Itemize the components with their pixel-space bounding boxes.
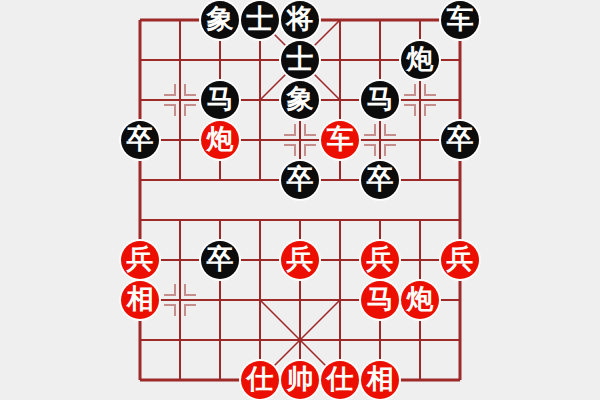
point-g8[interactable] — [360, 320, 400, 360]
point-d5[interactable] — [240, 200, 280, 240]
piece-red-elephant[interactable]: 相 — [361, 361, 399, 399]
board-grid: 象士将车士炮马象马卒炮车卒卒卒兵卒兵兵兵相马炮仕帅仕相 — [120, 0, 480, 400]
piece-black-chariot[interactable]: 车 — [441, 1, 479, 39]
point-c0[interactable]: 象 — [200, 0, 240, 40]
piece-black-soldier[interactable]: 卒 — [281, 161, 319, 199]
point-d4[interactable] — [240, 160, 280, 200]
point-e6[interactable]: 兵 — [280, 240, 320, 280]
piece-black-horse[interactable]: 马 — [201, 81, 239, 119]
point-e1[interactable]: 士 — [280, 40, 320, 80]
point-i2[interactable] — [440, 80, 480, 120]
point-d9[interactable]: 仕 — [240, 360, 280, 400]
point-h3[interactable] — [400, 120, 440, 160]
point-e9[interactable]: 帅 — [280, 360, 320, 400]
point-h2[interactable] — [400, 80, 440, 120]
point-d2[interactable] — [240, 80, 280, 120]
piece-red-general[interactable]: 帅 — [281, 361, 319, 399]
point-b3[interactable] — [160, 120, 200, 160]
point-a8[interactable] — [120, 320, 160, 360]
piece-red-cannon[interactable]: 炮 — [201, 121, 239, 159]
point-h6[interactable] — [400, 240, 440, 280]
point-i7[interactable] — [440, 280, 480, 320]
point-e3[interactable] — [280, 120, 320, 160]
point-g6[interactable]: 兵 — [360, 240, 400, 280]
point-a5[interactable] — [120, 200, 160, 240]
point-f8[interactable] — [320, 320, 360, 360]
point-a7[interactable]: 相 — [120, 280, 160, 320]
point-f0[interactable] — [320, 0, 360, 40]
piece-black-horse[interactable]: 马 — [361, 81, 399, 119]
point-a6[interactable]: 兵 — [120, 240, 160, 280]
point-i6[interactable]: 兵 — [440, 240, 480, 280]
point-b8[interactable] — [160, 320, 200, 360]
point-i4[interactable] — [440, 160, 480, 200]
point-d0[interactable]: 士 — [240, 0, 280, 40]
point-c5[interactable] — [200, 200, 240, 240]
point-g2[interactable]: 马 — [360, 80, 400, 120]
point-i5[interactable] — [440, 200, 480, 240]
piece-red-elephant[interactable]: 相 — [121, 281, 159, 319]
point-e8[interactable] — [280, 320, 320, 360]
point-f2[interactable] — [320, 80, 360, 120]
piece-black-advisor[interactable]: 士 — [281, 41, 319, 79]
point-g3[interactable] — [360, 120, 400, 160]
point-b0[interactable] — [160, 0, 200, 40]
piece-black-soldier[interactable]: 卒 — [201, 241, 239, 279]
point-h8[interactable] — [400, 320, 440, 360]
point-h4[interactable] — [400, 160, 440, 200]
point-b7[interactable] — [160, 280, 200, 320]
piece-red-soldier[interactable]: 兵 — [441, 241, 479, 279]
point-f7[interactable] — [320, 280, 360, 320]
point-d8[interactable] — [240, 320, 280, 360]
point-c7[interactable] — [200, 280, 240, 320]
point-c4[interactable] — [200, 160, 240, 200]
point-f5[interactable] — [320, 200, 360, 240]
point-e7[interactable] — [280, 280, 320, 320]
point-a1[interactable] — [120, 40, 160, 80]
point-g9[interactable]: 相 — [360, 360, 400, 400]
point-e2[interactable]: 象 — [280, 80, 320, 120]
piece-red-cannon[interactable]: 炮 — [401, 281, 439, 319]
point-f9[interactable]: 仕 — [320, 360, 360, 400]
point-b5[interactable] — [160, 200, 200, 240]
point-h0[interactable] — [400, 0, 440, 40]
screen: 象士将车士炮马象马卒炮车卒卒卒兵卒兵兵兵相马炮仕帅仕相 — [0, 0, 600, 400]
piece-red-horse[interactable]: 马 — [361, 281, 399, 319]
point-i9[interactable] — [440, 360, 480, 400]
point-g0[interactable] — [360, 0, 400, 40]
point-g4[interactable]: 卒 — [360, 160, 400, 200]
point-a0[interactable] — [120, 0, 160, 40]
piece-black-soldier[interactable]: 卒 — [121, 121, 159, 159]
piece-red-soldier[interactable]: 兵 — [281, 241, 319, 279]
point-e0[interactable]: 将 — [280, 0, 320, 40]
point-b1[interactable] — [160, 40, 200, 80]
piece-black-elephant[interactable]: 象 — [201, 1, 239, 39]
point-b2[interactable] — [160, 80, 200, 120]
point-c3[interactable]: 炮 — [200, 120, 240, 160]
point-h1[interactable]: 炮 — [400, 40, 440, 80]
point-c1[interactable] — [200, 40, 240, 80]
piece-black-elephant[interactable]: 象 — [281, 81, 319, 119]
point-e4[interactable]: 卒 — [280, 160, 320, 200]
point-a2[interactable] — [120, 80, 160, 120]
point-d6[interactable] — [240, 240, 280, 280]
xiangqi-board: 象士将车士炮马象马卒炮车卒卒卒兵卒兵兵兵相马炮仕帅仕相 — [120, 0, 480, 400]
point-c8[interactable] — [200, 320, 240, 360]
point-d1[interactable] — [240, 40, 280, 80]
piece-black-advisor[interactable]: 士 — [241, 1, 279, 39]
piece-black-cannon[interactable]: 炮 — [401, 41, 439, 79]
point-b9[interactable] — [160, 360, 200, 400]
point-a4[interactable] — [120, 160, 160, 200]
point-e5[interactable] — [280, 200, 320, 240]
point-g1[interactable] — [360, 40, 400, 80]
point-i8[interactable] — [440, 320, 480, 360]
piece-red-advisor[interactable]: 仕 — [241, 361, 279, 399]
point-a9[interactable] — [120, 360, 160, 400]
point-h7[interactable]: 炮 — [400, 280, 440, 320]
point-d7[interactable] — [240, 280, 280, 320]
piece-red-advisor[interactable]: 仕 — [321, 361, 359, 399]
point-f4[interactable] — [320, 160, 360, 200]
point-a3[interactable]: 卒 — [120, 120, 160, 160]
point-f6[interactable] — [320, 240, 360, 280]
point-c2[interactable]: 马 — [200, 80, 240, 120]
piece-black-general[interactable]: 将 — [281, 1, 319, 39]
piece-black-soldier[interactable]: 卒 — [441, 121, 479, 159]
point-f3[interactable]: 车 — [320, 120, 360, 160]
piece-black-soldier[interactable]: 卒 — [361, 161, 399, 199]
point-b4[interactable] — [160, 160, 200, 200]
point-h9[interactable] — [400, 360, 440, 400]
piece-red-chariot[interactable]: 车 — [321, 121, 359, 159]
point-g5[interactable] — [360, 200, 400, 240]
point-i3[interactable]: 卒 — [440, 120, 480, 160]
point-c9[interactable] — [200, 360, 240, 400]
point-g7[interactable]: 马 — [360, 280, 400, 320]
point-d3[interactable] — [240, 120, 280, 160]
point-b6[interactable] — [160, 240, 200, 280]
point-i1[interactable] — [440, 40, 480, 80]
point-h5[interactable] — [400, 200, 440, 240]
piece-red-soldier[interactable]: 兵 — [121, 241, 159, 279]
piece-red-soldier[interactable]: 兵 — [361, 241, 399, 279]
point-i0[interactable]: 车 — [440, 0, 480, 40]
point-f1[interactable] — [320, 40, 360, 80]
point-c6[interactable]: 卒 — [200, 240, 240, 280]
